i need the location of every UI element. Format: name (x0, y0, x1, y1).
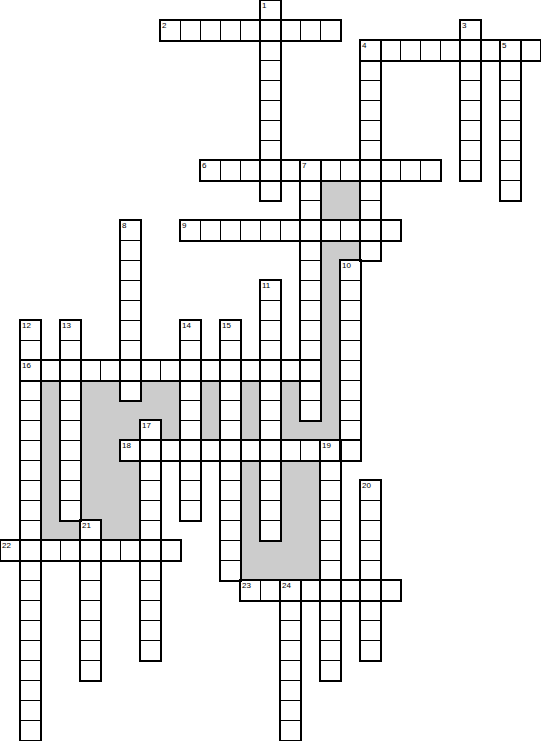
crossword-cell-r1-c16[interactable] (320, 20, 341, 41)
crossword-cell-r22-c8[interactable] (160, 440, 181, 461)
crossword-cell-r24-c9[interactable] (180, 480, 201, 501)
blocked-cell (240, 520, 260, 540)
crossword-cell-r26-c11[interactable] (220, 520, 241, 541)
blocked-cell (80, 460, 100, 480)
crossword-cell-r19-c6[interactable] (120, 380, 141, 401)
blocked-cell (40, 400, 60, 420)
crossword-cell-r17-c1[interactable] (20, 340, 41, 361)
crossword-cell-r1-c9[interactable] (180, 20, 201, 41)
crossword-cell-r25-c13[interactable] (260, 500, 281, 521)
crossword-cell-r6-c13[interactable] (260, 120, 281, 141)
crossword-cell-r11-c9[interactable] (180, 220, 201, 241)
crossword-cell-r3-c23[interactable] (460, 60, 481, 81)
crossword-cell-r15-c17[interactable] (340, 300, 361, 321)
crossword-cell-r24-c16[interactable] (320, 480, 341, 501)
crossword-cell-r19-c15[interactable] (300, 380, 321, 401)
crossword-cell-r20-c17[interactable] (340, 400, 361, 421)
crossword-cell-r20-c3[interactable] (60, 400, 81, 421)
crossword-cell-r18-c4[interactable] (80, 360, 101, 381)
blocked-cell (280, 480, 300, 500)
crossword-cell-r5-c23[interactable] (460, 100, 481, 121)
crossword-cell-r28-c16[interactable] (320, 560, 341, 581)
crossword-cell-r2-c21[interactable] (420, 40, 441, 61)
crossword-cell-r18-c7[interactable] (140, 360, 161, 381)
crossword-cell-r30-c7[interactable] (140, 600, 161, 621)
crossword-cell-r26-c18[interactable] (360, 520, 381, 541)
crossword-cell-r5-c18[interactable] (360, 100, 381, 121)
crossword-cell-r13-c17[interactable] (340, 260, 361, 281)
crossword-cell-r19-c11[interactable] (220, 380, 241, 401)
crossword-cell-r21-c1[interactable] (20, 420, 41, 441)
crossword-cell-r33-c16[interactable] (320, 660, 341, 681)
crossword-cell-r23-c11[interactable] (220, 460, 241, 481)
crossword-cell-r12-c6[interactable] (120, 240, 141, 261)
crossword-cell-r8-c15[interactable] (300, 160, 321, 181)
crossword-cell-r24-c13[interactable] (260, 480, 281, 501)
crossword-cell-r17-c13[interactable] (260, 340, 281, 361)
crossword-cell-r20-c13[interactable] (260, 400, 281, 421)
crossword-cell-r18-c11[interactable] (220, 360, 241, 381)
crossword-cell-r9-c25[interactable] (500, 180, 521, 201)
crossword-cell-r29-c7[interactable] (140, 580, 161, 601)
crossword-cell-r11-c19[interactable] (380, 220, 401, 241)
crossword-cell-r9-c13[interactable] (260, 180, 281, 201)
blocked-cell (340, 200, 360, 220)
blocked-cell (200, 400, 220, 420)
blocked-cell (300, 560, 320, 580)
crossword-cell-r17-c17[interactable] (340, 340, 361, 361)
crossword-cell-r9-c18[interactable] (360, 180, 381, 201)
blocked-cell (100, 520, 120, 540)
crossword-cell-r14-c13[interactable] (260, 280, 281, 301)
crossword-cell-r31-c4[interactable] (80, 620, 101, 641)
crossword-cell-r4-c13[interactable] (260, 80, 281, 101)
crossword-cell-r26-c7[interactable] (140, 520, 161, 541)
blocked-cell (140, 400, 160, 420)
crossword-cell-r25-c3[interactable] (60, 500, 81, 521)
crossword-cell-r22-c13[interactable] (260, 440, 281, 461)
crossword-cell-r16-c13[interactable] (260, 320, 281, 341)
blocked-cell (240, 480, 260, 500)
crossword-cell-r2-c25[interactable] (500, 40, 521, 61)
crossword-cell-r16-c17[interactable] (340, 320, 361, 341)
blocked-cell (120, 480, 140, 500)
crossword-cell-r24-c7[interactable] (140, 480, 161, 501)
crossword-cell-r13-c6[interactable] (120, 260, 141, 281)
crossword-cell-r31-c18[interactable] (360, 620, 381, 641)
blocked-cell (240, 380, 260, 400)
crossword-cell-r14-c15[interactable] (300, 280, 321, 301)
crossword-cell-r27-c1[interactable] (20, 540, 41, 561)
crossword-cell-r26-c13[interactable] (260, 520, 281, 541)
crossword-cell-r21-c9[interactable] (180, 420, 201, 441)
crossword-cell-r32-c14[interactable] (280, 640, 301, 661)
blocked-cell (60, 520, 80, 540)
blocked-cell (240, 460, 260, 480)
blocked-cell (280, 500, 300, 520)
crossword-cell-r29-c12[interactable] (240, 580, 261, 601)
crossword-cell-r25-c18[interactable] (360, 500, 381, 521)
blocked-cell (200, 380, 220, 400)
crossword-cell-r22-c6[interactable] (120, 440, 141, 461)
blocked-cell (280, 380, 300, 400)
crossword-cell-r1-c10[interactable] (200, 20, 221, 41)
crossword-cell-r27-c16[interactable] (320, 540, 341, 561)
blocked-cell (80, 420, 100, 440)
crossword-cell-r8-c14[interactable] (280, 160, 301, 181)
crossword-cell-r30-c14[interactable] (280, 600, 301, 621)
crossword-cell-r29-c16[interactable] (320, 580, 341, 601)
crossword-cell-r17-c6[interactable] (120, 340, 141, 361)
crossword-cell-r26-c16[interactable] (320, 520, 341, 541)
blocked-cell (260, 540, 280, 560)
blocked-cell (320, 180, 340, 200)
crossword-cell-r2-c13[interactable] (260, 40, 281, 61)
crossword-cell-r2-c22[interactable] (440, 40, 461, 61)
blocked-cell (300, 480, 320, 500)
crossword-cell-r11-c6[interactable] (120, 220, 141, 241)
crossword-cell-r10-c18[interactable] (360, 200, 381, 221)
crossword-cell-r1-c23[interactable] (460, 20, 481, 41)
crossword-cell-r8-c19[interactable] (380, 160, 401, 181)
crossword-cell-r1-c13[interactable] (260, 20, 281, 41)
crossword-cell-r29-c4[interactable] (80, 580, 101, 601)
crossword-cell-r11-c13[interactable] (260, 220, 281, 241)
crossword-cell-r11-c18[interactable] (360, 220, 381, 241)
crossword-cell-r29-c14[interactable] (280, 580, 301, 601)
crossword-cell-r2-c19[interactable] (380, 40, 401, 61)
crossword-cell-r18-c5[interactable] (100, 360, 121, 381)
crossword-cell-r12-c18[interactable] (360, 240, 381, 261)
crossword-cell-r11-c16[interactable] (320, 220, 341, 241)
crossword-cell-r27-c11[interactable] (220, 540, 241, 561)
crossword-cell-r35-c1[interactable] (20, 700, 41, 721)
blocked-cell (40, 520, 60, 540)
blocked-cell (100, 460, 120, 480)
crossword-cell-r6-c25[interactable] (500, 120, 521, 141)
crossword-cell-r11-c17[interactable] (340, 220, 361, 241)
crossword-cell-r16-c15[interactable] (300, 320, 321, 341)
crossword-cell-r22-c16[interactable] (320, 440, 341, 461)
crossword-cell-r29-c13[interactable] (260, 580, 281, 601)
crossword-cell-r24-c1[interactable] (20, 480, 41, 501)
crossword-cell-r27-c4[interactable] (80, 540, 101, 561)
crossword-cell-r32-c1[interactable] (20, 640, 41, 661)
blocked-cell (320, 320, 340, 340)
crossword-cell-r16-c9[interactable] (180, 320, 201, 341)
crossword-cell-r29-c17[interactable] (340, 580, 361, 601)
crossword-cell-r8-c13[interactable] (260, 160, 281, 181)
crossword-cell-r18-c6[interactable] (120, 360, 141, 381)
crossword-cell-r2-c18[interactable] (360, 40, 381, 61)
crossword-cell-r28-c7[interactable] (140, 560, 161, 581)
crossword-cell-r30-c18[interactable] (360, 600, 381, 621)
crossword-cell-r18-c1[interactable] (20, 360, 41, 381)
crossword-cell-r19-c9[interactable] (180, 380, 201, 401)
crossword-cell-r27-c18[interactable] (360, 540, 381, 561)
crossword-cell-r31-c7[interactable] (140, 620, 161, 641)
blocked-cell (280, 560, 300, 580)
crossword-cell-r29-c15[interactable] (300, 580, 321, 601)
crossword-cell-r1-c8[interactable] (160, 20, 181, 41)
crossword-cell-r34-c14[interactable] (280, 680, 301, 701)
crossword-cell-r23-c1[interactable] (20, 460, 41, 481)
crossword-cell-r23-c9[interactable] (180, 460, 201, 481)
crossword-cell-r1-c14[interactable] (280, 20, 301, 41)
crossword-cell-r11-c10[interactable] (200, 220, 221, 241)
crossword-cell-r18-c9[interactable] (180, 360, 201, 381)
crossword-cell-r27-c2[interactable] (40, 540, 61, 561)
blocked-cell (240, 420, 260, 440)
crossword-cell-r25-c11[interactable] (220, 500, 241, 521)
blocked-cell (300, 500, 320, 520)
crossword-cell-r32-c7[interactable] (140, 640, 161, 661)
crossword-cell-r16-c1[interactable] (20, 320, 41, 341)
blocked-cell (320, 420, 340, 440)
crossword-cell-r34-c1[interactable] (20, 680, 41, 701)
crossword-cell-r6-c18[interactable] (360, 120, 381, 141)
crossword-cell-r8-c16[interactable] (320, 160, 341, 181)
crossword-cell-r2-c23[interactable] (460, 40, 481, 61)
crossword-cell-r16-c3[interactable] (60, 320, 81, 341)
crossword-cell-r30-c1[interactable] (20, 600, 41, 621)
crossword-cell-r8-c18[interactable] (360, 160, 381, 181)
crossword-cell-r4-c25[interactable] (500, 80, 521, 101)
blocked-cell (320, 260, 340, 280)
blocked-cell (40, 420, 60, 440)
crossword-cell-r33-c4[interactable] (80, 660, 101, 681)
crossword-cell-r6-c23[interactable] (460, 120, 481, 141)
blocked-cell (300, 520, 320, 540)
crossword-cell-r20-c9[interactable] (180, 400, 201, 421)
crossword-cell-r25-c1[interactable] (20, 500, 41, 521)
crossword-cell-r15-c15[interactable] (300, 300, 321, 321)
crossword-cell-r20-c1[interactable] (20, 400, 41, 421)
crossword-cell-r8-c25[interactable] (500, 160, 521, 181)
blocked-cell (100, 440, 120, 460)
crossword-cell-r22-c1[interactable] (20, 440, 41, 461)
crossword-cell-r11-c15[interactable] (300, 220, 321, 241)
crossword-cell-r18-c12[interactable] (240, 360, 261, 381)
crossword-cell-r3-c13[interactable] (260, 60, 281, 81)
crossword-cell-r21-c13[interactable] (260, 420, 281, 441)
crossword-cell-r24-c11[interactable] (220, 480, 241, 501)
crossword-cell-r32-c4[interactable] (80, 640, 101, 661)
crossword-cell-r27-c6[interactable] (120, 540, 141, 561)
crossword-cell-r9-c15[interactable] (300, 180, 321, 201)
crossword-cell-r36-c14[interactable] (280, 720, 301, 741)
crossword-cell-r4-c18[interactable] (360, 80, 381, 101)
blocked-cell (40, 500, 60, 520)
crossword-cell-r1-c11[interactable] (220, 20, 241, 41)
crossword-cell-r2-c20[interactable] (400, 40, 421, 61)
crossword-cell-r7-c18[interactable] (360, 140, 381, 161)
crossword-cell-r28-c11[interactable] (220, 560, 241, 581)
crossword-cell-r19-c13[interactable] (260, 380, 281, 401)
blocked-cell (320, 240, 340, 260)
crossword-cell-r28-c4[interactable] (80, 560, 101, 581)
crossword-cell-r21-c11[interactable] (220, 420, 241, 441)
blocked-cell (160, 400, 180, 420)
crossword-cell-r23-c13[interactable] (260, 460, 281, 481)
crossword-cell-r25-c7[interactable] (140, 500, 161, 521)
crossword-cell-r17-c9[interactable] (180, 340, 201, 361)
crossword-cell-r17-c15[interactable] (300, 340, 321, 361)
crossword-cell-r18-c8[interactable] (160, 360, 181, 381)
crossword-cell-r17-c11[interactable] (220, 340, 241, 361)
crossword-cell-r26-c1[interactable] (20, 520, 41, 541)
crossword-cell-r2-c24[interactable] (480, 40, 501, 61)
crossword-cell-r27-c7[interactable] (140, 540, 161, 561)
crossword-cell-r27-c8[interactable] (160, 540, 181, 561)
crossword-cell-r8-c17[interactable] (340, 160, 361, 181)
crossword-cell-r30-c16[interactable] (320, 600, 341, 621)
crossword-cell-r23-c7[interactable] (140, 460, 161, 481)
blocked-cell (140, 380, 160, 400)
crossword-cell-r27-c3[interactable] (60, 540, 81, 561)
crossword-cell-r22-c14[interactable] (280, 440, 301, 461)
crossword-cell-r27-c5[interactable] (100, 540, 121, 561)
crossword-cell-r1-c12[interactable] (240, 20, 261, 41)
blocked-cell (320, 200, 340, 220)
crossword-cell-r27-c0[interactable] (0, 540, 21, 561)
blocked-cell (280, 420, 300, 440)
crossword-cell-r18-c15[interactable] (300, 360, 321, 381)
crossword-cell-r30-c4[interactable] (80, 600, 101, 621)
crossword-cell-r19-c17[interactable] (340, 380, 361, 401)
crossword-cell-r20-c11[interactable] (220, 400, 241, 421)
crossword-cell-r7-c23[interactable] (460, 140, 481, 161)
crossword-cell-r25-c9[interactable] (180, 500, 201, 521)
crossword-cell-r18-c17[interactable] (340, 360, 361, 381)
crossword-cell-r18-c13[interactable] (260, 360, 281, 381)
blocked-cell (100, 420, 120, 440)
crossword-cell-r22-c9[interactable] (180, 440, 201, 461)
crossword-cell-r7-c13[interactable] (260, 140, 281, 161)
blocked-cell (80, 400, 100, 420)
blocked-cell (340, 240, 360, 260)
crossword-cell-r19-c3[interactable] (60, 380, 81, 401)
blocked-cell (200, 420, 220, 440)
blocked-cell (320, 400, 340, 420)
crossword-cell-r22-c11[interactable] (220, 440, 241, 461)
crossword-cell-r18-c2[interactable] (40, 360, 61, 381)
blocked-cell (40, 480, 60, 500)
crossword-cell-r18-c14[interactable] (280, 360, 301, 381)
crossword-cell-r14-c17[interactable] (340, 280, 361, 301)
crossword-cell-r22-c17[interactable] (340, 440, 361, 461)
crossword-cell-r11-c11[interactable] (220, 220, 241, 241)
crossword-cell-r2-c26[interactable] (520, 40, 541, 61)
crossword-cell-r19-c1[interactable] (20, 380, 41, 401)
crossword-cell-r13-c15[interactable] (300, 260, 321, 281)
crossword-cell-r11-c12[interactable] (240, 220, 261, 241)
crossword-cell-r35-c14[interactable] (280, 700, 301, 721)
crossword-cell-r29-c1[interactable] (20, 580, 41, 601)
blocked-cell (320, 340, 340, 360)
crossword-cell-r17-c3[interactable] (60, 340, 81, 361)
crossword-cell-r18-c10[interactable] (200, 360, 221, 381)
crossword-cell-r4-c23[interactable] (460, 80, 481, 101)
crossword-cell-r1-c15[interactable] (300, 20, 321, 41)
crossword-cell-r29-c18[interactable] (360, 580, 381, 601)
crossword-cell-r24-c3[interactable] (60, 480, 81, 501)
crossword-cell-r16-c6[interactable] (120, 320, 141, 341)
blocked-cell (280, 520, 300, 540)
blocked-cell (320, 300, 340, 320)
blocked-cell (80, 380, 100, 400)
crossword-cell-r7-c25[interactable] (500, 140, 521, 161)
crossword-cell-r28-c1[interactable] (20, 560, 41, 581)
crossword-cell-r8-c12[interactable] (240, 160, 261, 181)
crossword-cell-r5-c13[interactable] (260, 100, 281, 121)
crossword-cell-r36-c1[interactable] (20, 720, 41, 741)
crossword-cell-r33-c1[interactable] (20, 660, 41, 681)
crossword-cell-r29-c19[interactable] (380, 580, 401, 601)
crossword-cell-r24-c18[interactable] (360, 480, 381, 501)
crossword-cell-r20-c15[interactable] (300, 400, 321, 421)
crossword-cell-r8-c21[interactable] (420, 160, 441, 181)
crossword-cell-r23-c16[interactable] (320, 460, 341, 481)
crossword-cell-r16-c11[interactable] (220, 320, 241, 341)
blocked-cell (300, 540, 320, 560)
crossword-cell-r22-c3[interactable] (60, 440, 81, 461)
crossword-cell-r18-c3[interactable] (60, 360, 81, 381)
crossword-cell-r33-c14[interactable] (280, 660, 301, 681)
crossword-cell-r31-c14[interactable] (280, 620, 301, 641)
crossword-cell-r32-c18[interactable] (360, 640, 381, 661)
crossword-cell-r22-c12[interactable] (240, 440, 261, 461)
blocked-cell (40, 440, 60, 460)
crossword-cell-r5-c25[interactable] (500, 100, 521, 121)
crossword-cell-r8-c20[interactable] (400, 160, 421, 181)
crossword-cell-r32-c16[interactable] (320, 640, 341, 661)
crossword-cell-r8-c11[interactable] (220, 160, 241, 181)
crossword-cell-r31-c1[interactable] (20, 620, 41, 641)
crossword-cell-r26-c4[interactable] (80, 520, 101, 541)
crossword-cell-r15-c13[interactable] (260, 300, 281, 321)
crossword-cell-r12-c15[interactable] (300, 240, 321, 261)
crossword-cell-r0-c13[interactable] (260, 0, 281, 21)
crossword-cell-r15-c6[interactable] (120, 300, 141, 321)
blocked-cell (120, 520, 140, 540)
blocked-cell (120, 400, 140, 420)
blocked-cell (80, 440, 100, 460)
crossword-cell-r8-c10[interactable] (200, 160, 221, 181)
crossword-cell-r25-c16[interactable] (320, 500, 341, 521)
crossword-cell-r14-c6[interactable] (120, 280, 141, 301)
crossword-cell-r3-c25[interactable] (500, 60, 521, 81)
crossword-cell-r22-c10[interactable] (200, 440, 221, 461)
crossword-cell-r28-c18[interactable] (360, 560, 381, 581)
blocked-cell (280, 540, 300, 560)
crossword-cell-r3-c18[interactable] (360, 60, 381, 81)
crossword-cell-r23-c3[interactable] (60, 460, 81, 481)
blocked-cell (280, 460, 300, 480)
crossword-cell-r21-c7[interactable] (140, 420, 161, 441)
crossword-cell-r31-c16[interactable] (320, 620, 341, 641)
crossword-cell-r22-c15[interactable] (300, 440, 321, 461)
crossword-cell-r21-c17[interactable] (340, 420, 361, 441)
blocked-cell (240, 560, 260, 580)
crossword-cell-r21-c3[interactable] (60, 420, 81, 441)
blocked-cell (320, 280, 340, 300)
crossword-cell-r22-c7[interactable] (140, 440, 161, 461)
crossword-cell-r8-c23[interactable] (460, 160, 481, 181)
crossword-cell-r10-c15[interactable] (300, 200, 321, 221)
crossword-cell-r11-c14[interactable] (280, 220, 301, 241)
blocked-cell (240, 400, 260, 420)
